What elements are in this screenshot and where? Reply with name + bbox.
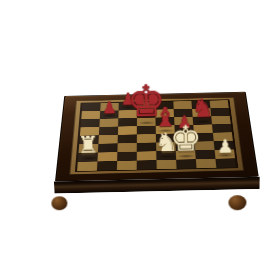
product-photo: ♟♟♚♞♝♟♜♞♚♟ <box>0 0 270 270</box>
chess-board: ♟♟♚♞♝♟♜♞♚♟ <box>55 92 259 182</box>
perspective-scene: ♟♟♚♞♝♟♜♞♚♟ <box>0 0 270 270</box>
piece-shadow <box>78 156 97 160</box>
red-pawn-c8: ♟ <box>104 54 151 107</box>
board-tilt-wrapper: ♟♟♚♞♝♟♜♞♚♟ <box>0 0 270 270</box>
